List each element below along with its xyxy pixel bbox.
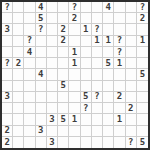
cell-r9c5[interactable]	[47, 92, 58, 103]
cell-r8c6[interactable]: 5	[58, 81, 69, 92]
cell-r11c8[interactable]	[81, 114, 92, 125]
cell-r10c3[interactable]	[24, 103, 35, 114]
cell-r12c9[interactable]	[92, 126, 103, 137]
cell-r5c12[interactable]	[126, 47, 137, 58]
cell-r3c6[interactable]: 2	[58, 24, 69, 35]
cell-r12c5[interactable]	[47, 126, 58, 137]
cell-r11c1[interactable]	[2, 114, 13, 125]
cell-r3c7[interactable]	[69, 24, 80, 35]
cell-r5c3[interactable]: 4	[24, 47, 35, 58]
cell-r1c4[interactable]: 4	[36, 2, 47, 13]
cell-r4c5[interactable]	[47, 36, 58, 47]
cell-r6c9[interactable]	[92, 58, 103, 69]
cell-r6c2[interactable]: 2	[13, 58, 24, 69]
cell-r8c10[interactable]	[103, 81, 114, 92]
cell-r8c2[interactable]	[13, 81, 24, 92]
cell-r13c2[interactable]	[13, 137, 24, 148]
cell-r3c3[interactable]	[24, 24, 35, 35]
cell-r10c4[interactable]	[36, 103, 47, 114]
cell-r8c12[interactable]	[126, 81, 137, 92]
cell-r6c1[interactable]: ?	[2, 58, 13, 69]
cell-r4c7[interactable]	[69, 36, 80, 47]
cell-r11c11[interactable]: 1	[114, 114, 125, 125]
cell-r3c11[interactable]	[114, 24, 125, 35]
cell-r3c10[interactable]	[103, 24, 114, 35]
cell-r3c9[interactable]: ?	[92, 24, 103, 35]
cell-r3c5[interactable]	[47, 24, 58, 35]
cell-r13c7[interactable]	[69, 137, 80, 148]
cell-r7c6[interactable]	[58, 69, 69, 80]
cell-r2c1[interactable]	[2, 13, 13, 24]
cell-r9c7[interactable]	[69, 92, 80, 103]
puzzle-board: ?4?4?5223?21??211?141??215145535?2?23511…	[0, 0, 150, 150]
cell-r8c3[interactable]	[24, 81, 35, 92]
cell-r7c4[interactable]: 4	[36, 69, 47, 80]
cell-r1c10[interactable]: 4	[103, 2, 114, 13]
cell-r8c9[interactable]	[92, 81, 103, 92]
cell-r13c10[interactable]	[103, 137, 114, 148]
cell-r10c2[interactable]	[13, 103, 24, 114]
cell-r4c11[interactable]: ?	[114, 36, 125, 47]
cell-r3c4[interactable]: ?	[36, 24, 47, 35]
cell-r9c11[interactable]: 2	[114, 92, 125, 103]
cell-r11c2[interactable]	[13, 114, 24, 125]
cell-r9c12[interactable]	[126, 92, 137, 103]
cell-r1c5[interactable]	[47, 2, 58, 13]
cell-r4c4[interactable]	[36, 36, 47, 47]
cell-r8c7[interactable]	[69, 81, 80, 92]
cell-r7c12[interactable]	[126, 69, 137, 80]
cell-r13c9[interactable]	[92, 137, 103, 148]
cell-r13c3[interactable]	[24, 137, 35, 148]
cell-r12c11[interactable]	[114, 126, 125, 137]
cell-r9c10[interactable]	[103, 92, 114, 103]
cell-r1c12[interactable]	[126, 2, 137, 13]
cell-r11c3[interactable]	[24, 114, 35, 125]
cell-r13c8[interactable]	[81, 137, 92, 148]
cell-r8c4[interactable]	[36, 81, 47, 92]
cell-r12c4[interactable]: 3	[36, 126, 47, 137]
cell-r1c2[interactable]	[13, 2, 24, 13]
cell-r9c3[interactable]	[24, 92, 35, 103]
cell-r5c4[interactable]	[36, 47, 47, 58]
cell-r13c5[interactable]: 3	[47, 137, 58, 148]
cell-r5c2[interactable]	[13, 47, 24, 58]
cell-r8c11[interactable]	[114, 81, 125, 92]
cell-r1c3[interactable]	[24, 2, 35, 13]
cell-r6c10[interactable]: 5	[103, 58, 114, 69]
cell-r5c8[interactable]	[81, 47, 92, 58]
cell-r7c5[interactable]	[47, 69, 58, 80]
cell-r13c11[interactable]	[114, 137, 125, 148]
cell-r12c6[interactable]	[58, 126, 69, 137]
cell-r2c9[interactable]	[92, 13, 103, 24]
cell-r7c7[interactable]	[69, 69, 80, 80]
cell-r9c4[interactable]	[36, 92, 47, 103]
cell-r7c9[interactable]	[92, 69, 103, 80]
cell-r1c6[interactable]	[58, 2, 69, 13]
cell-r5c9[interactable]	[92, 47, 103, 58]
cell-r1c13[interactable]: ?	[137, 2, 148, 13]
cell-r7c8[interactable]	[81, 69, 92, 80]
cell-r13c1[interactable]: 2	[2, 137, 13, 148]
cell-r9c9[interactable]: ?	[92, 92, 103, 103]
cell-r4c2[interactable]	[13, 36, 24, 47]
cell-r2c3[interactable]	[24, 13, 35, 24]
cell-r12c3[interactable]	[24, 126, 35, 137]
cell-r4c1[interactable]	[2, 36, 13, 47]
cell-r5c7[interactable]: 1	[69, 47, 80, 58]
cell-r3c12[interactable]	[126, 24, 137, 35]
cell-r3c13[interactable]	[137, 24, 148, 35]
cell-r2c7[interactable]: 2	[69, 13, 80, 24]
cell-r10c11[interactable]	[114, 103, 125, 114]
cell-r4c9[interactable]: 1	[92, 36, 103, 47]
cell-r6c3[interactable]	[24, 58, 35, 69]
puzzle-screenshot: ?4?4?5223?21??211?141??215145535?2?23511…	[0, 0, 150, 150]
cell-r10c12[interactable]: 2	[126, 103, 137, 114]
cell-r1c11[interactable]	[114, 2, 125, 13]
cell-r6c6[interactable]	[58, 58, 69, 69]
cell-r3c2[interactable]	[13, 24, 24, 35]
cell-r13c12[interactable]: ?	[126, 137, 137, 148]
cell-r10c5[interactable]	[47, 103, 58, 114]
cell-r3c1[interactable]: 3	[2, 24, 13, 35]
cell-r10c8[interactable]: ?	[81, 103, 92, 114]
cell-r2c2[interactable]	[13, 13, 24, 24]
cell-r13c4[interactable]	[36, 137, 47, 148]
cell-r13c13[interactable]: 5	[137, 137, 148, 148]
cell-r6c8[interactable]	[81, 58, 92, 69]
cell-r11c4[interactable]	[36, 114, 47, 125]
cell-r10c9[interactable]	[92, 103, 103, 114]
cell-r12c1[interactable]: 2	[2, 126, 13, 137]
cell-r11c6[interactable]: 5	[58, 114, 69, 125]
cell-r4c6[interactable]: 2	[58, 36, 69, 47]
cell-r7c11[interactable]	[114, 69, 125, 80]
cell-r5c11[interactable]: ?	[114, 47, 125, 58]
cell-r12c12[interactable]	[126, 126, 137, 137]
cell-r1c9[interactable]	[92, 2, 103, 13]
cell-r6c11[interactable]: 1	[114, 58, 125, 69]
cell-r4c8[interactable]	[81, 36, 92, 47]
cell-r2c5[interactable]	[47, 13, 58, 24]
cell-r5c1[interactable]	[2, 47, 13, 58]
cell-r8c1[interactable]	[2, 81, 13, 92]
cell-r11c5[interactable]: 3	[47, 114, 58, 125]
cell-r6c4[interactable]	[36, 58, 47, 69]
cell-r12c13[interactable]	[137, 126, 148, 137]
cell-r1c8[interactable]	[81, 2, 92, 13]
cell-r1c7[interactable]: ?	[69, 2, 80, 13]
cell-r7c13[interactable]: 5	[137, 69, 148, 80]
cell-r10c1[interactable]	[2, 103, 13, 114]
cell-r7c1[interactable]	[2, 69, 13, 80]
cell-r12c2[interactable]	[13, 126, 24, 137]
cell-r4c10[interactable]: 1	[103, 36, 114, 47]
cell-r5c6[interactable]	[58, 47, 69, 58]
cell-r9c1[interactable]: 3	[2, 92, 13, 103]
cell-r4c3[interactable]: ?	[24, 36, 35, 47]
cell-r11c10[interactable]	[103, 114, 114, 125]
cell-r9c2[interactable]	[13, 92, 24, 103]
cell-r3c8[interactable]: 1	[81, 24, 92, 35]
cell-r12c10[interactable]	[103, 126, 114, 137]
cell-r13c6[interactable]	[58, 137, 69, 148]
cell-r1c1[interactable]: ?	[2, 2, 13, 13]
cell-r6c13[interactable]	[137, 58, 148, 69]
cell-r9c13[interactable]	[137, 92, 148, 103]
cell-r4c12[interactable]	[126, 36, 137, 47]
cell-r2c12[interactable]	[126, 13, 137, 24]
cell-r9c6[interactable]	[58, 92, 69, 103]
cell-r5c10[interactable]	[103, 47, 114, 58]
cell-r10c13[interactable]	[137, 103, 148, 114]
cell-r10c6[interactable]	[58, 103, 69, 114]
cell-r2c13[interactable]: 2	[137, 13, 148, 24]
cell-r8c13[interactable]	[137, 81, 148, 92]
cell-r8c5[interactable]	[47, 81, 58, 92]
cell-r7c10[interactable]	[103, 69, 114, 80]
cell-r7c3[interactable]	[24, 69, 35, 80]
cell-r6c7[interactable]: 1	[69, 58, 80, 69]
cell-r10c7[interactable]	[69, 103, 80, 114]
cell-r11c12[interactable]	[126, 114, 137, 125]
cell-r11c9[interactable]	[92, 114, 103, 125]
cell-r8c8[interactable]	[81, 81, 92, 92]
cell-r5c13[interactable]	[137, 47, 148, 58]
cell-r2c4[interactable]: 5	[36, 13, 47, 24]
cell-r12c7[interactable]	[69, 126, 80, 137]
cell-r4c13[interactable]: 1	[137, 36, 148, 47]
cell-r7c2[interactable]	[13, 69, 24, 80]
cell-r2c11[interactable]	[114, 13, 125, 24]
cell-r11c13[interactable]	[137, 114, 148, 125]
cell-r2c10[interactable]	[103, 13, 114, 24]
cell-r6c5[interactable]	[47, 58, 58, 69]
cell-r6c12[interactable]	[126, 58, 137, 69]
cell-r2c8[interactable]	[81, 13, 92, 24]
cell-r5c5[interactable]	[47, 47, 58, 58]
cell-r2c6[interactable]	[58, 13, 69, 24]
cell-r12c8[interactable]	[81, 126, 92, 137]
cell-r9c8[interactable]: 5	[81, 92, 92, 103]
cell-r10c10[interactable]	[103, 103, 114, 114]
cell-r11c7[interactable]: 1	[69, 114, 80, 125]
